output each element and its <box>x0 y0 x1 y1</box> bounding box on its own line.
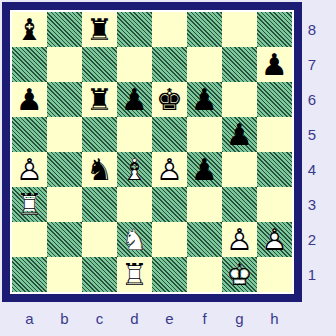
piece-white-r-fill: ♜ <box>12 187 47 222</box>
square-h2[interactable]: ♟♙ <box>257 222 292 257</box>
file-label-e: e <box>152 303 187 333</box>
square-g4[interactable] <box>222 152 257 187</box>
square-a5[interactable] <box>12 117 47 152</box>
square-d5[interactable] <box>117 117 152 152</box>
square-f4[interactable]: ♟ <box>187 152 222 187</box>
square-a3[interactable]: ♜♖ <box>12 187 47 222</box>
piece-black-p: ♟ <box>117 82 152 117</box>
rank-label-6: 6 <box>302 82 322 117</box>
square-c7[interactable] <box>82 47 117 82</box>
piece-black-p: ♟ <box>187 152 222 187</box>
chess-board: ♝♜♟♟♜♟♚♟♟♟♙♞♝♗♟♙♟♜♖♞♘♟♙♟♙♜♖♚♔ <box>12 12 292 292</box>
piece-white-r-fill: ♜ <box>117 257 152 292</box>
square-g3[interactable] <box>222 187 257 222</box>
square-f5[interactable] <box>187 117 222 152</box>
square-g7[interactable] <box>222 47 257 82</box>
square-c6[interactable]: ♜ <box>82 82 117 117</box>
piece-white-p-fill: ♟ <box>12 152 47 187</box>
file-label-b: b <box>47 303 82 333</box>
square-e6[interactable]: ♚ <box>152 82 187 117</box>
file-label-g: g <box>222 303 257 333</box>
square-b2[interactable] <box>47 222 82 257</box>
piece-white-p: ♙ <box>12 152 47 187</box>
piece-white-b-fill: ♝ <box>117 152 152 187</box>
square-b1[interactable] <box>47 257 82 292</box>
square-h8[interactable] <box>257 12 292 47</box>
board-frame: ♝♜♟♟♜♟♚♟♟♟♙♞♝♗♟♙♟♜♖♞♘♟♙♟♙♜♖♚♔ <box>2 2 302 302</box>
square-h5[interactable] <box>257 117 292 152</box>
piece-white-k-fill: ♚ <box>222 257 257 292</box>
square-e1[interactable] <box>152 257 187 292</box>
square-h1[interactable] <box>257 257 292 292</box>
piece-white-r: ♖ <box>117 257 152 292</box>
square-f1[interactable] <box>187 257 222 292</box>
board-inner-border: ♝♜♟♟♜♟♚♟♟♟♙♞♝♗♟♙♟♜♖♞♘♟♙♟♙♜♖♚♔ <box>10 10 294 294</box>
square-f2[interactable] <box>187 222 222 257</box>
square-a8[interactable]: ♝ <box>12 12 47 47</box>
square-f8[interactable] <box>187 12 222 47</box>
square-b5[interactable] <box>47 117 82 152</box>
square-f7[interactable] <box>187 47 222 82</box>
square-b8[interactable] <box>47 12 82 47</box>
rank-label-2: 2 <box>302 222 322 257</box>
rank-label-3: 3 <box>302 187 322 222</box>
file-label-a: a <box>12 303 47 333</box>
square-g5[interactable]: ♟ <box>222 117 257 152</box>
square-d3[interactable] <box>117 187 152 222</box>
piece-white-r: ♖ <box>12 187 47 222</box>
square-b4[interactable] <box>47 152 82 187</box>
square-e3[interactable] <box>152 187 187 222</box>
file-label-h: h <box>257 303 292 333</box>
file-labels: abcdefgh <box>12 303 292 333</box>
square-a7[interactable] <box>12 47 47 82</box>
square-c1[interactable] <box>82 257 117 292</box>
file-label-f: f <box>187 303 222 333</box>
square-f6[interactable]: ♟ <box>187 82 222 117</box>
rank-label-7: 7 <box>302 47 322 82</box>
square-a4[interactable]: ♟♙ <box>12 152 47 187</box>
square-a6[interactable]: ♟ <box>12 82 47 117</box>
piece-black-p: ♟ <box>257 47 292 82</box>
piece-white-p-fill: ♟ <box>257 222 292 257</box>
square-c3[interactable] <box>82 187 117 222</box>
square-e2[interactable] <box>152 222 187 257</box>
square-h4[interactable] <box>257 152 292 187</box>
square-b7[interactable] <box>47 47 82 82</box>
piece-white-k: ♔ <box>222 257 257 292</box>
piece-black-b: ♝ <box>12 12 47 47</box>
piece-black-n: ♞ <box>82 152 117 187</box>
chess-diagram: ♝♜♟♟♜♟♚♟♟♟♙♞♝♗♟♙♟♜♖♞♘♟♙♟♙♜♖♚♔ abcdefgh 8… <box>0 0 336 336</box>
piece-white-p-fill: ♟ <box>222 222 257 257</box>
piece-white-p: ♙ <box>257 222 292 257</box>
rank-label-1: 1 <box>302 257 322 292</box>
square-d8[interactable] <box>117 12 152 47</box>
piece-white-b: ♗ <box>117 152 152 187</box>
file-label-c: c <box>82 303 117 333</box>
square-d1[interactable]: ♜♖ <box>117 257 152 292</box>
square-d7[interactable] <box>117 47 152 82</box>
square-h6[interactable] <box>257 82 292 117</box>
square-g2[interactable]: ♟♙ <box>222 222 257 257</box>
square-g1[interactable]: ♚♔ <box>222 257 257 292</box>
piece-black-p: ♟ <box>222 117 257 152</box>
piece-white-p-fill: ♟ <box>152 152 187 187</box>
rank-label-4: 4 <box>302 152 322 187</box>
square-g8[interactable] <box>222 12 257 47</box>
piece-black-p: ♟ <box>187 82 222 117</box>
square-c5[interactable] <box>82 117 117 152</box>
square-a2[interactable] <box>12 222 47 257</box>
rank-label-8: 8 <box>302 12 322 47</box>
piece-black-r: ♜ <box>82 12 117 47</box>
square-d4[interactable]: ♝♗ <box>117 152 152 187</box>
piece-white-n-fill: ♞ <box>117 222 152 257</box>
square-a1[interactable] <box>12 257 47 292</box>
rank-labels: 87654321 <box>302 12 322 292</box>
square-c8[interactable]: ♜ <box>82 12 117 47</box>
square-e4[interactable]: ♟♙ <box>152 152 187 187</box>
piece-white-p: ♙ <box>222 222 257 257</box>
square-e8[interactable] <box>152 12 187 47</box>
square-c2[interactable] <box>82 222 117 257</box>
square-e5[interactable] <box>152 117 187 152</box>
square-h7[interactable]: ♟ <box>257 47 292 82</box>
rank-label-5: 5 <box>302 117 322 152</box>
square-c4[interactable]: ♞ <box>82 152 117 187</box>
square-g6[interactable] <box>222 82 257 117</box>
piece-white-n: ♘ <box>117 222 152 257</box>
square-d2[interactable]: ♞♘ <box>117 222 152 257</box>
file-label-d: d <box>117 303 152 333</box>
square-f3[interactable] <box>187 187 222 222</box>
square-d6[interactable]: ♟ <box>117 82 152 117</box>
square-b3[interactable] <box>47 187 82 222</box>
square-h3[interactable] <box>257 187 292 222</box>
piece-black-r: ♜ <box>82 82 117 117</box>
square-e7[interactable] <box>152 47 187 82</box>
piece-black-k: ♚ <box>152 82 187 117</box>
square-b6[interactable] <box>47 82 82 117</box>
piece-white-p: ♙ <box>152 152 187 187</box>
piece-black-p: ♟ <box>12 82 47 117</box>
